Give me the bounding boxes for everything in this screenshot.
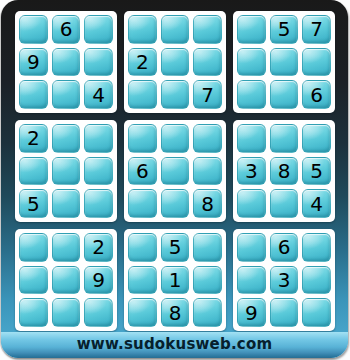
- cell-r9c4[interactable]: [128, 298, 157, 327]
- box-4: 25: [15, 120, 117, 222]
- cell-r2c4[interactable]: 2: [128, 48, 157, 77]
- cell-r5c9[interactable]: 5: [302, 157, 331, 186]
- cell-r3c9[interactable]: 6: [302, 80, 331, 109]
- cell-r1c7[interactable]: [237, 15, 266, 44]
- cell-r2c1[interactable]: 9: [19, 48, 48, 77]
- cell-r7c6[interactable]: [193, 233, 222, 262]
- cell-r2c2[interactable]: [52, 48, 81, 77]
- box-7: 29: [15, 229, 117, 331]
- cell-r6c1[interactable]: 5: [19, 189, 48, 218]
- cell-r4c2[interactable]: [52, 124, 81, 153]
- cell-r9c8[interactable]: [270, 298, 299, 327]
- cell-r5c3[interactable]: [84, 157, 113, 186]
- cell-r6c9[interactable]: 4: [302, 189, 331, 218]
- box-9: 639: [233, 229, 335, 331]
- cell-r7c5[interactable]: 5: [161, 233, 190, 262]
- cell-r2c6[interactable]: [193, 48, 222, 77]
- cell-r7c3[interactable]: 2: [84, 233, 113, 262]
- cell-r8c5[interactable]: 1: [161, 266, 190, 295]
- cell-r7c2[interactable]: [52, 233, 81, 262]
- cell-r6c7[interactable]: [237, 189, 266, 218]
- cell-r5c1[interactable]: [19, 157, 48, 186]
- cell-r7c7[interactable]: [237, 233, 266, 262]
- cell-r8c8[interactable]: 3: [270, 266, 299, 295]
- box-1: 694: [15, 11, 117, 113]
- cell-r2c7[interactable]: [237, 48, 266, 77]
- sudoku-board: 694275762568385429518639: [15, 11, 335, 331]
- cell-r3c7[interactable]: [237, 80, 266, 109]
- cell-r6c8[interactable]: [270, 189, 299, 218]
- cell-r9c6[interactable]: [193, 298, 222, 327]
- cell-r7c9[interactable]: [302, 233, 331, 262]
- cell-r9c9[interactable]: [302, 298, 331, 327]
- cell-r3c6[interactable]: 7: [193, 80, 222, 109]
- cell-r1c1[interactable]: [19, 15, 48, 44]
- footer-band: www.sudokusweb.com: [1, 332, 348, 358]
- cell-r3c2[interactable]: [52, 80, 81, 109]
- cell-r6c4[interactable]: [128, 189, 157, 218]
- box-6: 3854: [233, 120, 335, 222]
- cell-r4c9[interactable]: [302, 124, 331, 153]
- cell-r6c6[interactable]: 8: [193, 189, 222, 218]
- cell-r8c9[interactable]: [302, 266, 331, 295]
- cell-r8c7[interactable]: [237, 266, 266, 295]
- cell-r9c3[interactable]: [84, 298, 113, 327]
- cell-r5c2[interactable]: [52, 157, 81, 186]
- cell-r5c4[interactable]: 6: [128, 157, 157, 186]
- page-background: 694275762568385429518639 www.sudokusweb.…: [0, 0, 350, 360]
- cell-r5c7[interactable]: 3: [237, 157, 266, 186]
- cell-r4c6[interactable]: [193, 124, 222, 153]
- cell-r1c6[interactable]: [193, 15, 222, 44]
- cell-r8c2[interactable]: [52, 266, 81, 295]
- cell-r4c1[interactable]: 2: [19, 124, 48, 153]
- cell-r8c6[interactable]: [193, 266, 222, 295]
- cell-r1c9[interactable]: 7: [302, 15, 331, 44]
- box-3: 576: [233, 11, 335, 113]
- box-2: 27: [124, 11, 226, 113]
- website-url[interactable]: www.sudokusweb.com: [77, 335, 272, 353]
- cell-r6c3[interactable]: [84, 189, 113, 218]
- cell-r8c3[interactable]: 9: [84, 266, 113, 295]
- cell-r3c8[interactable]: [270, 80, 299, 109]
- cell-r3c4[interactable]: [128, 80, 157, 109]
- cell-r5c8[interactable]: 8: [270, 157, 299, 186]
- cell-r1c3[interactable]: [84, 15, 113, 44]
- cell-r2c9[interactable]: [302, 48, 331, 77]
- cell-r6c5[interactable]: [161, 189, 190, 218]
- cell-r1c5[interactable]: [161, 15, 190, 44]
- cell-r3c1[interactable]: [19, 80, 48, 109]
- cell-r2c5[interactable]: [161, 48, 190, 77]
- cell-r4c3[interactable]: [84, 124, 113, 153]
- sudoku-widget-frame: 694275762568385429518639 www.sudokusweb.…: [1, 0, 348, 358]
- cell-r9c7[interactable]: 9: [237, 298, 266, 327]
- cell-r6c2[interactable]: [52, 189, 81, 218]
- cell-r5c6[interactable]: [193, 157, 222, 186]
- cell-r9c2[interactable]: [52, 298, 81, 327]
- cell-r4c4[interactable]: [128, 124, 157, 153]
- cell-r3c3[interactable]: 4: [84, 80, 113, 109]
- cell-r7c1[interactable]: [19, 233, 48, 262]
- cell-r8c1[interactable]: [19, 266, 48, 295]
- cell-r4c7[interactable]: [237, 124, 266, 153]
- cell-r4c5[interactable]: [161, 124, 190, 153]
- cell-r4c8[interactable]: [270, 124, 299, 153]
- box-8: 518: [124, 229, 226, 331]
- cell-r7c4[interactable]: [128, 233, 157, 262]
- cell-r2c3[interactable]: [84, 48, 113, 77]
- cell-r8c4[interactable]: [128, 266, 157, 295]
- cell-r1c2[interactable]: 6: [52, 15, 81, 44]
- cell-r1c8[interactable]: 5: [270, 15, 299, 44]
- cell-r9c1[interactable]: [19, 298, 48, 327]
- cell-r3c5[interactable]: [161, 80, 190, 109]
- box-5: 68: [124, 120, 226, 222]
- cell-r5c5[interactable]: [161, 157, 190, 186]
- cell-r7c8[interactable]: 6: [270, 233, 299, 262]
- cell-r9c5[interactable]: 8: [161, 298, 190, 327]
- cell-r2c8[interactable]: [270, 48, 299, 77]
- cell-r1c4[interactable]: [128, 15, 157, 44]
